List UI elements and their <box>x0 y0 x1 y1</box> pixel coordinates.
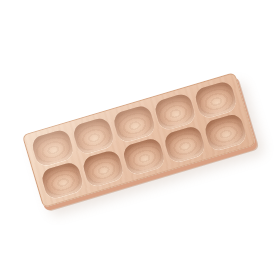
pit-r2c3[interactable] <box>122 137 167 176</box>
pit-r2c1[interactable] <box>40 161 85 200</box>
pit-r1c5[interactable] <box>194 80 239 119</box>
mancala-board <box>22 72 256 208</box>
pit-r1c1[interactable] <box>30 128 75 167</box>
photo-background <box>0 0 280 280</box>
pit-r1c3[interactable] <box>112 104 157 143</box>
pit-r2c5[interactable] <box>203 112 248 151</box>
pit-grid <box>23 73 255 206</box>
pit-r2c2[interactable] <box>81 149 126 188</box>
pit-r1c2[interactable] <box>71 116 116 155</box>
pit-r2c4[interactable] <box>162 124 207 163</box>
pit-r1c4[interactable] <box>153 92 198 131</box>
